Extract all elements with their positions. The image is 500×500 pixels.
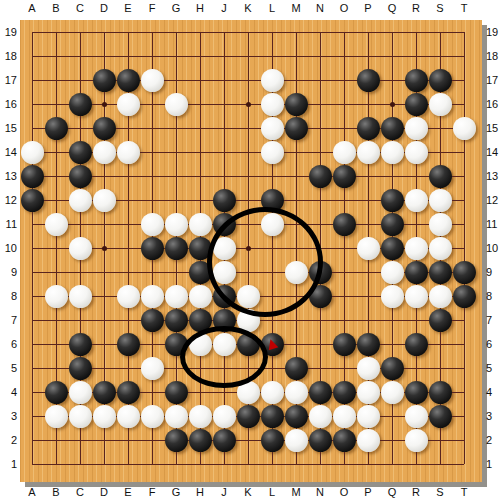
intersection-O9[interactable]	[332, 260, 356, 284]
intersection-D15[interactable]	[92, 116, 116, 140]
intersection-B14[interactable]	[44, 140, 68, 164]
intersection-L16[interactable]	[260, 92, 284, 116]
intersection-D10[interactable]	[92, 236, 116, 260]
intersection-E2[interactable]	[116, 428, 140, 452]
intersection-E7[interactable]	[116, 308, 140, 332]
intersection-O6[interactable]	[332, 332, 356, 356]
intersection-D11[interactable]	[92, 212, 116, 236]
intersection-N17[interactable]	[308, 68, 332, 92]
intersection-O4[interactable]	[332, 380, 356, 404]
intersection-B4[interactable]	[44, 380, 68, 404]
intersection-B5[interactable]	[44, 356, 68, 380]
intersection-Q12[interactable]	[380, 188, 404, 212]
intersection-P18[interactable]	[356, 44, 380, 68]
intersection-S6[interactable]	[428, 332, 452, 356]
intersection-T18[interactable]	[452, 44, 476, 68]
intersection-F9[interactable]	[140, 260, 164, 284]
intersection-G18[interactable]	[164, 44, 188, 68]
intersection-F4[interactable]	[140, 380, 164, 404]
intersection-B3[interactable]	[44, 404, 68, 428]
intersection-A3[interactable]	[20, 404, 44, 428]
intersection-L2[interactable]	[260, 428, 284, 452]
intersection-G7[interactable]	[164, 308, 188, 332]
intersection-E10[interactable]	[116, 236, 140, 260]
intersection-S19[interactable]	[428, 20, 452, 44]
intersection-N15[interactable]	[308, 116, 332, 140]
intersection-E3[interactable]	[116, 404, 140, 428]
intersection-S9[interactable]	[428, 260, 452, 284]
intersection-O8[interactable]	[332, 284, 356, 308]
intersection-G12[interactable]	[164, 188, 188, 212]
intersection-K13[interactable]	[236, 164, 260, 188]
intersection-B1[interactable]	[44, 452, 68, 476]
intersection-R10[interactable]	[404, 236, 428, 260]
intersection-F18[interactable]	[140, 44, 164, 68]
intersection-S17[interactable]	[428, 68, 452, 92]
intersection-M12[interactable]	[284, 188, 308, 212]
intersection-B12[interactable]	[44, 188, 68, 212]
intersection-Q17[interactable]	[380, 68, 404, 92]
intersection-S14[interactable]	[428, 140, 452, 164]
intersection-A19[interactable]	[20, 20, 44, 44]
intersection-J12[interactable]	[212, 188, 236, 212]
intersection-B8[interactable]	[44, 284, 68, 308]
intersection-G17[interactable]	[164, 68, 188, 92]
intersection-M4[interactable]	[284, 380, 308, 404]
intersection-B13[interactable]	[44, 164, 68, 188]
intersection-C5[interactable]	[68, 356, 92, 380]
intersection-L14[interactable]	[260, 140, 284, 164]
intersection-L4[interactable]	[260, 380, 284, 404]
intersection-A5[interactable]	[20, 356, 44, 380]
intersection-F10[interactable]	[140, 236, 164, 260]
intersection-N6[interactable]	[308, 332, 332, 356]
intersection-G2[interactable]	[164, 428, 188, 452]
intersection-R9[interactable]	[404, 260, 428, 284]
intersection-Q14[interactable]	[380, 140, 404, 164]
intersection-R13[interactable]	[404, 164, 428, 188]
intersection-F14[interactable]	[140, 140, 164, 164]
intersection-D17[interactable]	[92, 68, 116, 92]
intersection-O10[interactable]	[332, 236, 356, 260]
intersection-N16[interactable]	[308, 92, 332, 116]
intersection-T12[interactable]	[452, 188, 476, 212]
intersection-P19[interactable]	[356, 20, 380, 44]
intersection-A2[interactable]	[20, 428, 44, 452]
intersection-H17[interactable]	[188, 68, 212, 92]
intersection-Q19[interactable]	[380, 20, 404, 44]
intersection-A4[interactable]	[20, 380, 44, 404]
intersection-T5[interactable]	[452, 356, 476, 380]
intersection-M3[interactable]	[284, 404, 308, 428]
intersection-P12[interactable]	[356, 188, 380, 212]
intersection-N3[interactable]	[308, 404, 332, 428]
intersection-Q5[interactable]	[380, 356, 404, 380]
intersection-J3[interactable]	[212, 404, 236, 428]
intersection-G8[interactable]	[164, 284, 188, 308]
intersection-C3[interactable]	[68, 404, 92, 428]
intersection-M19[interactable]	[284, 20, 308, 44]
intersection-B7[interactable]	[44, 308, 68, 332]
intersection-Q15[interactable]	[380, 116, 404, 140]
intersection-O14[interactable]	[332, 140, 356, 164]
intersection-S10[interactable]	[428, 236, 452, 260]
intersection-E4[interactable]	[116, 380, 140, 404]
intersection-A1[interactable]	[20, 452, 44, 476]
intersection-P3[interactable]	[356, 404, 380, 428]
intersection-F6[interactable]	[140, 332, 164, 356]
intersection-B10[interactable]	[44, 236, 68, 260]
intersection-T19[interactable]	[452, 20, 476, 44]
intersection-L13[interactable]	[260, 164, 284, 188]
intersection-D1[interactable]	[92, 452, 116, 476]
intersection-G4[interactable]	[164, 380, 188, 404]
intersection-P9[interactable]	[356, 260, 380, 284]
intersection-A6[interactable]	[20, 332, 44, 356]
intersection-N12[interactable]	[308, 188, 332, 212]
intersection-L15[interactable]	[260, 116, 284, 140]
intersection-C8[interactable]	[68, 284, 92, 308]
intersection-B17[interactable]	[44, 68, 68, 92]
intersection-O19[interactable]	[332, 20, 356, 44]
intersection-K16[interactable]	[236, 92, 260, 116]
intersection-M17[interactable]	[284, 68, 308, 92]
intersection-P10[interactable]	[356, 236, 380, 260]
intersection-E1[interactable]	[116, 452, 140, 476]
intersection-N14[interactable]	[308, 140, 332, 164]
intersection-E9[interactable]	[116, 260, 140, 284]
intersection-B18[interactable]	[44, 44, 68, 68]
intersection-L3[interactable]	[260, 404, 284, 428]
intersection-A12[interactable]	[20, 188, 44, 212]
intersection-P6[interactable]	[356, 332, 380, 356]
intersection-M18[interactable]	[284, 44, 308, 68]
intersection-E18[interactable]	[116, 44, 140, 68]
intersection-B6[interactable]	[44, 332, 68, 356]
intersection-J19[interactable]	[212, 20, 236, 44]
intersection-O13[interactable]	[332, 164, 356, 188]
intersection-O17[interactable]	[332, 68, 356, 92]
intersection-C9[interactable]	[68, 260, 92, 284]
intersection-G11[interactable]	[164, 212, 188, 236]
intersection-D19[interactable]	[92, 20, 116, 44]
intersection-Q4[interactable]	[380, 380, 404, 404]
intersection-E13[interactable]	[116, 164, 140, 188]
intersection-M16[interactable]	[284, 92, 308, 116]
intersection-O7[interactable]	[332, 308, 356, 332]
intersection-J2[interactable]	[212, 428, 236, 452]
intersection-S4[interactable]	[428, 380, 452, 404]
intersection-N1[interactable]	[308, 452, 332, 476]
intersection-G13[interactable]	[164, 164, 188, 188]
intersection-D12[interactable]	[92, 188, 116, 212]
intersection-T11[interactable]	[452, 212, 476, 236]
intersection-G9[interactable]	[164, 260, 188, 284]
intersection-F15[interactable]	[140, 116, 164, 140]
intersection-E5[interactable]	[116, 356, 140, 380]
intersection-D16[interactable]	[92, 92, 116, 116]
intersection-E19[interactable]	[116, 20, 140, 44]
intersection-T7[interactable]	[452, 308, 476, 332]
intersection-J15[interactable]	[212, 116, 236, 140]
intersection-E17[interactable]	[116, 68, 140, 92]
intersection-J14[interactable]	[212, 140, 236, 164]
intersection-R4[interactable]	[404, 380, 428, 404]
intersection-L17[interactable]	[260, 68, 284, 92]
intersection-C7[interactable]	[68, 308, 92, 332]
intersection-H1[interactable]	[188, 452, 212, 476]
intersection-S15[interactable]	[428, 116, 452, 140]
intersection-T3[interactable]	[452, 404, 476, 428]
intersection-T1[interactable]	[452, 452, 476, 476]
intersection-M14[interactable]	[284, 140, 308, 164]
intersection-R3[interactable]	[404, 404, 428, 428]
intersection-T13[interactable]	[452, 164, 476, 188]
intersection-H15[interactable]	[188, 116, 212, 140]
intersection-R1[interactable]	[404, 452, 428, 476]
intersection-S1[interactable]	[428, 452, 452, 476]
intersection-N13[interactable]	[308, 164, 332, 188]
intersection-K1[interactable]	[236, 452, 260, 476]
intersection-P7[interactable]	[356, 308, 380, 332]
intersection-T2[interactable]	[452, 428, 476, 452]
intersection-T6[interactable]	[452, 332, 476, 356]
intersection-P15[interactable]	[356, 116, 380, 140]
intersection-G1[interactable]	[164, 452, 188, 476]
intersection-A10[interactable]	[20, 236, 44, 260]
intersection-F12[interactable]	[140, 188, 164, 212]
intersection-O2[interactable]	[332, 428, 356, 452]
intersection-F16[interactable]	[140, 92, 164, 116]
intersection-L18[interactable]	[260, 44, 284, 68]
intersection-Q6[interactable]	[380, 332, 404, 356]
intersection-D2[interactable]	[92, 428, 116, 452]
intersection-Q2[interactable]	[380, 428, 404, 452]
intersection-P5[interactable]	[356, 356, 380, 380]
intersection-A18[interactable]	[20, 44, 44, 68]
intersection-P16[interactable]	[356, 92, 380, 116]
intersection-T10[interactable]	[452, 236, 476, 260]
intersection-N5[interactable]	[308, 356, 332, 380]
intersection-J1[interactable]	[212, 452, 236, 476]
intersection-Q8[interactable]	[380, 284, 404, 308]
intersection-J18[interactable]	[212, 44, 236, 68]
intersection-K15[interactable]	[236, 116, 260, 140]
intersection-R7[interactable]	[404, 308, 428, 332]
intersection-A14[interactable]	[20, 140, 44, 164]
intersection-H2[interactable]	[188, 428, 212, 452]
intersection-D3[interactable]	[92, 404, 116, 428]
intersection-Q3[interactable]	[380, 404, 404, 428]
intersection-Q1[interactable]	[380, 452, 404, 476]
intersection-H19[interactable]	[188, 20, 212, 44]
intersection-N2[interactable]	[308, 428, 332, 452]
intersection-P13[interactable]	[356, 164, 380, 188]
intersection-H16[interactable]	[188, 92, 212, 116]
intersection-M2[interactable]	[284, 428, 308, 452]
intersection-H12[interactable]	[188, 188, 212, 212]
intersection-C11[interactable]	[68, 212, 92, 236]
intersection-R15[interactable]	[404, 116, 428, 140]
intersection-S18[interactable]	[428, 44, 452, 68]
intersection-K3[interactable]	[236, 404, 260, 428]
intersection-D5[interactable]	[92, 356, 116, 380]
intersection-R2[interactable]	[404, 428, 428, 452]
intersection-C6[interactable]	[68, 332, 92, 356]
intersection-G14[interactable]	[164, 140, 188, 164]
intersection-D9[interactable]	[92, 260, 116, 284]
intersection-P4[interactable]	[356, 380, 380, 404]
intersection-R8[interactable]	[404, 284, 428, 308]
intersection-M15[interactable]	[284, 116, 308, 140]
intersection-J16[interactable]	[212, 92, 236, 116]
intersection-S8[interactable]	[428, 284, 452, 308]
intersection-M6[interactable]	[284, 332, 308, 356]
intersection-E11[interactable]	[116, 212, 140, 236]
intersection-H11[interactable]	[188, 212, 212, 236]
intersection-C15[interactable]	[68, 116, 92, 140]
intersection-A15[interactable]	[20, 116, 44, 140]
intersection-K18[interactable]	[236, 44, 260, 68]
intersection-R5[interactable]	[404, 356, 428, 380]
intersection-K2[interactable]	[236, 428, 260, 452]
intersection-T14[interactable]	[452, 140, 476, 164]
intersection-T16[interactable]	[452, 92, 476, 116]
intersection-K19[interactable]	[236, 20, 260, 44]
intersection-F3[interactable]	[140, 404, 164, 428]
intersection-D8[interactable]	[92, 284, 116, 308]
intersection-C18[interactable]	[68, 44, 92, 68]
intersection-O18[interactable]	[332, 44, 356, 68]
intersection-E16[interactable]	[116, 92, 140, 116]
intersection-S12[interactable]	[428, 188, 452, 212]
intersection-L1[interactable]	[260, 452, 284, 476]
intersection-R14[interactable]	[404, 140, 428, 164]
intersection-R17[interactable]	[404, 68, 428, 92]
intersection-N7[interactable]	[308, 308, 332, 332]
intersection-S11[interactable]	[428, 212, 452, 236]
intersection-H3[interactable]	[188, 404, 212, 428]
intersection-L19[interactable]	[260, 20, 284, 44]
intersection-P11[interactable]	[356, 212, 380, 236]
intersection-Q7[interactable]	[380, 308, 404, 332]
intersection-D13[interactable]	[92, 164, 116, 188]
intersection-F7[interactable]	[140, 308, 164, 332]
intersection-H14[interactable]	[188, 140, 212, 164]
intersection-R11[interactable]	[404, 212, 428, 236]
intersection-S5[interactable]	[428, 356, 452, 380]
intersection-F17[interactable]	[140, 68, 164, 92]
intersection-B11[interactable]	[44, 212, 68, 236]
intersection-B9[interactable]	[44, 260, 68, 284]
intersection-C10[interactable]	[68, 236, 92, 260]
intersection-G16[interactable]	[164, 92, 188, 116]
intersection-P14[interactable]	[356, 140, 380, 164]
intersection-A8[interactable]	[20, 284, 44, 308]
intersection-T8[interactable]	[452, 284, 476, 308]
intersection-C14[interactable]	[68, 140, 92, 164]
intersection-B19[interactable]	[44, 20, 68, 44]
intersection-G15[interactable]	[164, 116, 188, 140]
intersection-M5[interactable]	[284, 356, 308, 380]
intersection-A16[interactable]	[20, 92, 44, 116]
intersection-N19[interactable]	[308, 20, 332, 44]
intersection-S3[interactable]	[428, 404, 452, 428]
intersection-D6[interactable]	[92, 332, 116, 356]
intersection-A9[interactable]	[20, 260, 44, 284]
intersection-S16[interactable]	[428, 92, 452, 116]
intersection-E14[interactable]	[116, 140, 140, 164]
intersection-R18[interactable]	[404, 44, 428, 68]
intersection-R12[interactable]	[404, 188, 428, 212]
intersection-C1[interactable]	[68, 452, 92, 476]
intersection-E15[interactable]	[116, 116, 140, 140]
intersection-O1[interactable]	[332, 452, 356, 476]
intersection-E6[interactable]	[116, 332, 140, 356]
intersection-H18[interactable]	[188, 44, 212, 68]
intersection-P17[interactable]	[356, 68, 380, 92]
intersection-S13[interactable]	[428, 164, 452, 188]
intersection-K14[interactable]	[236, 140, 260, 164]
intersection-O11[interactable]	[332, 212, 356, 236]
intersection-B16[interactable]	[44, 92, 68, 116]
intersection-R6[interactable]	[404, 332, 428, 356]
intersection-S2[interactable]	[428, 428, 452, 452]
intersection-O5[interactable]	[332, 356, 356, 380]
intersection-Q13[interactable]	[380, 164, 404, 188]
intersection-A7[interactable]	[20, 308, 44, 332]
intersection-O16[interactable]	[332, 92, 356, 116]
intersection-N18[interactable]	[308, 44, 332, 68]
intersection-F8[interactable]	[140, 284, 164, 308]
intersection-C4[interactable]	[68, 380, 92, 404]
intersection-J13[interactable]	[212, 164, 236, 188]
intersection-D18[interactable]	[92, 44, 116, 68]
intersection-T17[interactable]	[452, 68, 476, 92]
intersection-F13[interactable]	[140, 164, 164, 188]
intersection-A13[interactable]	[20, 164, 44, 188]
intersection-K17[interactable]	[236, 68, 260, 92]
intersection-C2[interactable]	[68, 428, 92, 452]
intersection-G19[interactable]	[164, 20, 188, 44]
intersection-F19[interactable]	[140, 20, 164, 44]
intersection-G3[interactable]	[164, 404, 188, 428]
intersection-Q16[interactable]	[380, 92, 404, 116]
intersection-Q10[interactable]	[380, 236, 404, 260]
intersection-O15[interactable]	[332, 116, 356, 140]
intersection-Q9[interactable]	[380, 260, 404, 284]
intersection-D7[interactable]	[92, 308, 116, 332]
intersection-E8[interactable]	[116, 284, 140, 308]
intersection-F2[interactable]	[140, 428, 164, 452]
intersection-M13[interactable]	[284, 164, 308, 188]
intersection-R19[interactable]	[404, 20, 428, 44]
intersection-P2[interactable]	[356, 428, 380, 452]
intersection-F5[interactable]	[140, 356, 164, 380]
intersection-J17[interactable]	[212, 68, 236, 92]
intersection-C13[interactable]	[68, 164, 92, 188]
intersection-C16[interactable]	[68, 92, 92, 116]
intersection-O3[interactable]	[332, 404, 356, 428]
intersection-Q18[interactable]	[380, 44, 404, 68]
intersection-G10[interactable]	[164, 236, 188, 260]
intersection-N4[interactable]	[308, 380, 332, 404]
intersection-P1[interactable]	[356, 452, 380, 476]
intersection-C17[interactable]	[68, 68, 92, 92]
intersection-T15[interactable]	[452, 116, 476, 140]
intersection-C19[interactable]	[68, 20, 92, 44]
intersection-R16[interactable]	[404, 92, 428, 116]
